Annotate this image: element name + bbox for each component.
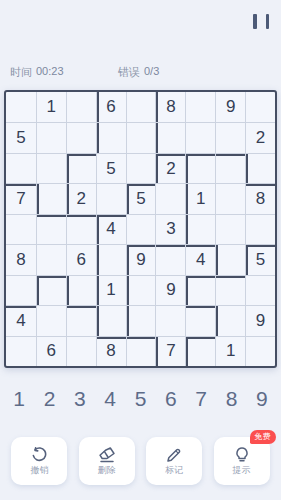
cell-r8c2[interactable] [36,305,66,335]
numpad-8[interactable]: 8 [216,383,246,415]
hint-button[interactable]: 免费 提示 [214,437,270,485]
cell-r1c6[interactable]: 8 [155,92,185,122]
toolbar: 撤销 删除 标记 免费 提示 [0,437,281,485]
cell-r9c9[interactable] [245,336,275,366]
numpad-3[interactable]: 3 [65,383,95,415]
cell-r3c8[interactable] [215,153,245,183]
time-value: 00:23 [36,65,64,80]
cell-r2c7[interactable] [185,122,215,152]
cell-r7c3[interactable] [66,275,96,305]
cell-r7c7[interactable] [185,275,215,305]
cell-r9c3[interactable] [66,336,96,366]
cell-r4c2[interactable] [36,183,66,213]
cell-r8c9[interactable]: 9 [245,305,275,335]
cell-r3c2[interactable] [36,153,66,183]
cell-r6c8[interactable] [215,244,245,274]
cell-r4c4[interactable] [96,183,126,213]
numpad-1[interactable]: 1 [4,383,34,415]
cell-r3c6[interactable]: 2 [155,153,185,183]
notes-label: 标记 [165,466,183,475]
undo-button[interactable]: 撤销 [11,437,67,485]
cell-r1c7[interactable] [185,92,215,122]
cell-r1c4[interactable]: 6 [96,92,126,122]
undo-label: 撤销 [30,466,48,475]
cell-r3c3[interactable] [66,153,96,183]
cell-r5c2[interactable] [36,214,66,244]
cell-r5c9[interactable] [245,214,275,244]
cell-r7c1[interactable] [6,275,36,305]
cell-r9c7[interactable] [185,336,215,366]
cell-r6c4[interactable] [96,244,126,274]
cell-r2c4[interactable] [96,122,126,152]
cell-r5c1[interactable] [6,214,36,244]
cell-r1c2[interactable]: 1 [36,92,66,122]
cell-r2c8[interactable] [215,122,245,152]
hint-label: 提示 [233,466,251,475]
cell-r9c8[interactable]: 1 [215,336,245,366]
cell-r3c7[interactable] [185,153,215,183]
free-badge: 免费 [250,430,276,444]
cell-r1c9[interactable] [245,92,275,122]
numpad-5[interactable]: 5 [125,383,155,415]
erase-button[interactable]: 删除 [79,437,135,485]
cell-r6c7[interactable]: 4 [185,244,215,274]
cell-r7c2[interactable] [36,275,66,305]
hint-icon [234,447,250,463]
cell-r5c6[interactable]: 3 [155,214,185,244]
cell-r7c8[interactable] [215,275,245,305]
cell-r9c1[interactable] [6,336,36,366]
cell-r8c3[interactable] [66,305,96,335]
cell-r2c6[interactable] [155,122,185,152]
mistakes-value: 0/3 [144,65,159,80]
pencil-icon [166,447,182,463]
cell-r9c5[interactable] [126,336,156,366]
pause-icon [266,14,270,29]
numpad-4[interactable]: 4 [95,383,125,415]
cell-r3c5[interactable] [126,153,156,183]
eraser-icon [98,447,116,463]
cell-r6c2[interactable] [36,244,66,274]
numpad-2[interactable]: 2 [34,383,64,415]
number-pad: 123456789 [4,383,277,415]
cell-r5c8[interactable] [215,214,245,244]
sudoku-board: 1689525272518438694519496871 [4,90,277,368]
cell-r6c6[interactable] [155,244,185,274]
numpad-7[interactable]: 7 [186,383,216,415]
cell-r4c7[interactable]: 1 [185,183,215,213]
mistake-counter: 错误 0/3 [118,65,159,80]
cell-r3c1[interactable] [6,153,36,183]
time-label: 时间 [10,65,32,80]
timer: 时间 00:23 [10,65,64,80]
cell-r6c3[interactable]: 6 [66,244,96,274]
cell-r5c5[interactable] [126,214,156,244]
cell-r6c5[interactable]: 9 [126,244,156,274]
numpad-9[interactable]: 9 [247,383,277,415]
cell-r6c9[interactable]: 5 [245,244,275,274]
pause-icon [253,14,257,29]
cell-r1c5[interactable] [126,92,156,122]
cell-r9c2[interactable]: 6 [36,336,66,366]
cell-r1c8[interactable]: 9 [215,92,245,122]
cell-r7c9[interactable] [245,275,275,305]
cell-r4c8[interactable] [215,183,245,213]
cell-r8c5[interactable] [126,305,156,335]
cell-r4c5[interactable]: 5 [126,183,156,213]
cell-r5c7[interactable] [185,214,215,244]
cell-r7c4[interactable]: 1 [96,275,126,305]
cell-r1c1[interactable] [6,92,36,122]
erase-label: 删除 [98,466,116,475]
cell-r8c7[interactable] [185,305,215,335]
cell-r4c9[interactable]: 8 [245,183,275,213]
cell-r1c3[interactable] [66,92,96,122]
cell-r8c1[interactable]: 4 [6,305,36,335]
notes-button[interactable]: 标记 [146,437,202,485]
cell-r9c6[interactable]: 7 [155,336,185,366]
cell-r2c3[interactable] [66,122,96,152]
cell-r5c4[interactable]: 4 [96,214,126,244]
cell-r2c2[interactable] [36,122,66,152]
cell-r3c9[interactable] [245,153,275,183]
cell-r4c6[interactable] [155,183,185,213]
cell-r4c3[interactable]: 2 [66,183,96,213]
cell-r8c8[interactable] [215,305,245,335]
cell-r2c5[interactable] [126,122,156,152]
cell-r7c5[interactable] [126,275,156,305]
cell-r5c3[interactable] [66,214,96,244]
cell-r8c6[interactable] [155,305,185,335]
cell-r8c4[interactable] [96,305,126,335]
pause-button[interactable] [253,14,269,29]
mistakes-label: 错误 [118,65,140,80]
cell-r2c9[interactable]: 2 [245,122,275,152]
cell-r3c4[interactable]: 5 [96,153,126,183]
undo-icon [31,447,48,463]
cell-r6c1[interactable]: 8 [6,244,36,274]
cell-r4c1[interactable]: 7 [6,183,36,213]
cell-r2c1[interactable]: 5 [6,122,36,152]
cell-r7c6[interactable]: 9 [155,275,185,305]
cell-r9c4[interactable]: 8 [96,336,126,366]
status-row: 时间 00:23 错误 0/3 [10,64,271,80]
numpad-6[interactable]: 6 [156,383,186,415]
